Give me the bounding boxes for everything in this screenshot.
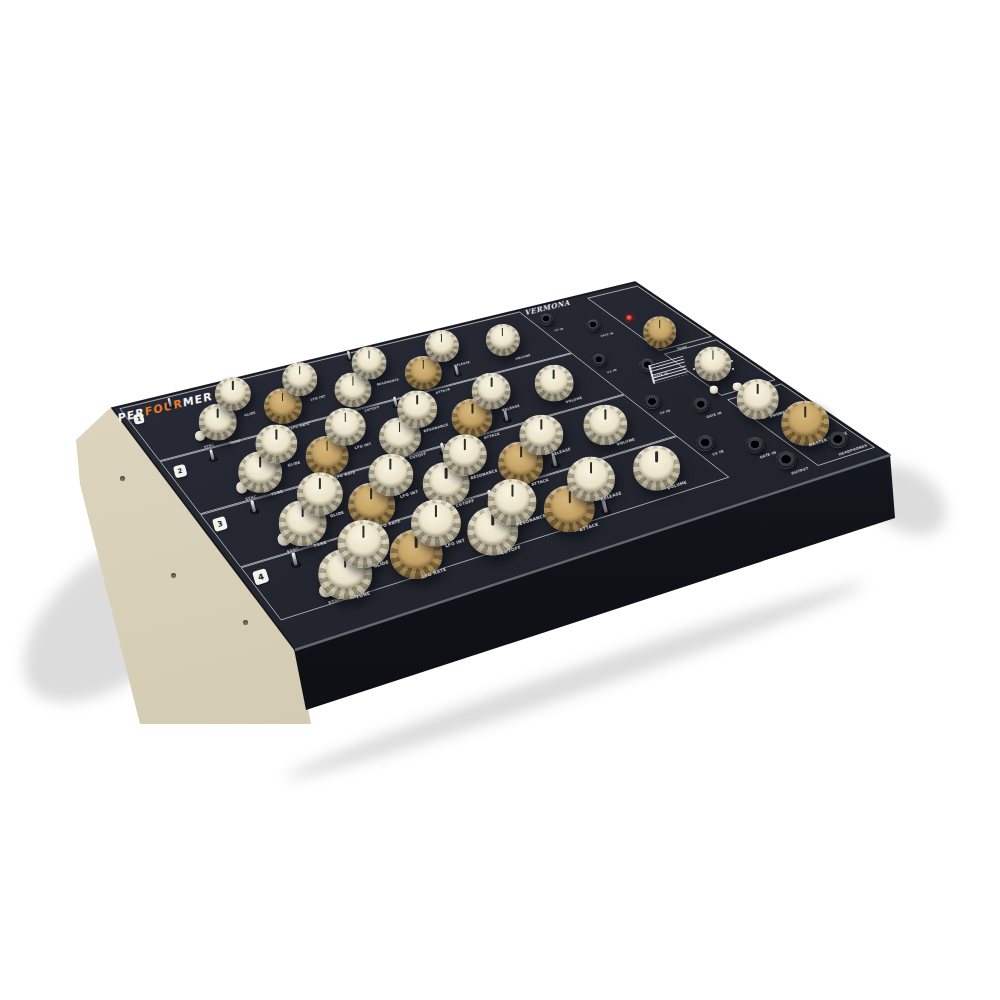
master-tune-knob[interactable] — [643, 316, 677, 348]
knob-cap — [574, 459, 609, 491]
toggle-lever — [168, 398, 173, 408]
knob-cap — [287, 365, 313, 389]
ch3-knob-release[interactable] — [519, 414, 562, 455]
case-screw — [243, 620, 248, 625]
ch1-knob-lfo-int[interactable] — [282, 362, 318, 395]
master-scale-knob[interactable] — [694, 347, 731, 382]
knob-cap — [540, 367, 568, 393]
knob-cap — [788, 404, 822, 436]
knob-cap — [410, 358, 436, 383]
ch3-toggle-1[interactable] — [249, 496, 260, 514]
knob-cap — [526, 417, 557, 446]
knob-cap — [345, 524, 382, 559]
ch2-knob-volume[interactable] — [535, 365, 574, 401]
product-photo-scene: PERFOURMERMKII VERMONA 1SYNCTUNEGLIDELFO… — [0, 0, 1000, 1000]
ch4-toggle-1[interactable] — [289, 545, 303, 567]
knob-cap — [331, 411, 360, 438]
knob-cap — [303, 475, 336, 506]
knob-cap — [494, 482, 529, 515]
knob-cap — [418, 503, 454, 537]
knob-cap — [648, 318, 672, 341]
knob-cap — [477, 375, 505, 401]
knob-cap — [449, 437, 481, 467]
knob-cap — [261, 427, 291, 455]
knob-cap — [490, 326, 515, 349]
scale-tick — [731, 360, 733, 362]
ch2-knob-release[interactable] — [472, 372, 511, 408]
ch3-jack-cv-in — [644, 394, 660, 408]
knob-cap — [590, 408, 621, 437]
ch2-toggle-1[interactable] — [208, 447, 217, 462]
knob-cap — [429, 333, 454, 356]
ch1-jack-gate-in — [587, 319, 600, 330]
knob-cap — [639, 449, 673, 481]
ch2-knob-resonance[interactable] — [397, 391, 437, 428]
master-phones-knob[interactable] — [736, 378, 779, 418]
knob-cap — [374, 457, 407, 488]
ch1-knob-resonance[interactable] — [352, 347, 387, 380]
knob-cap — [742, 381, 773, 410]
case-screw — [120, 476, 125, 481]
knob-cap — [357, 349, 382, 373]
case-screw — [171, 573, 176, 578]
knob-cap — [220, 379, 246, 404]
ch1-toggle-1[interactable] — [168, 397, 175, 408]
knob-cap — [403, 393, 432, 420]
ch4-jack-cv-in — [696, 435, 714, 451]
ch1-jack-cv-in — [540, 314, 553, 325]
